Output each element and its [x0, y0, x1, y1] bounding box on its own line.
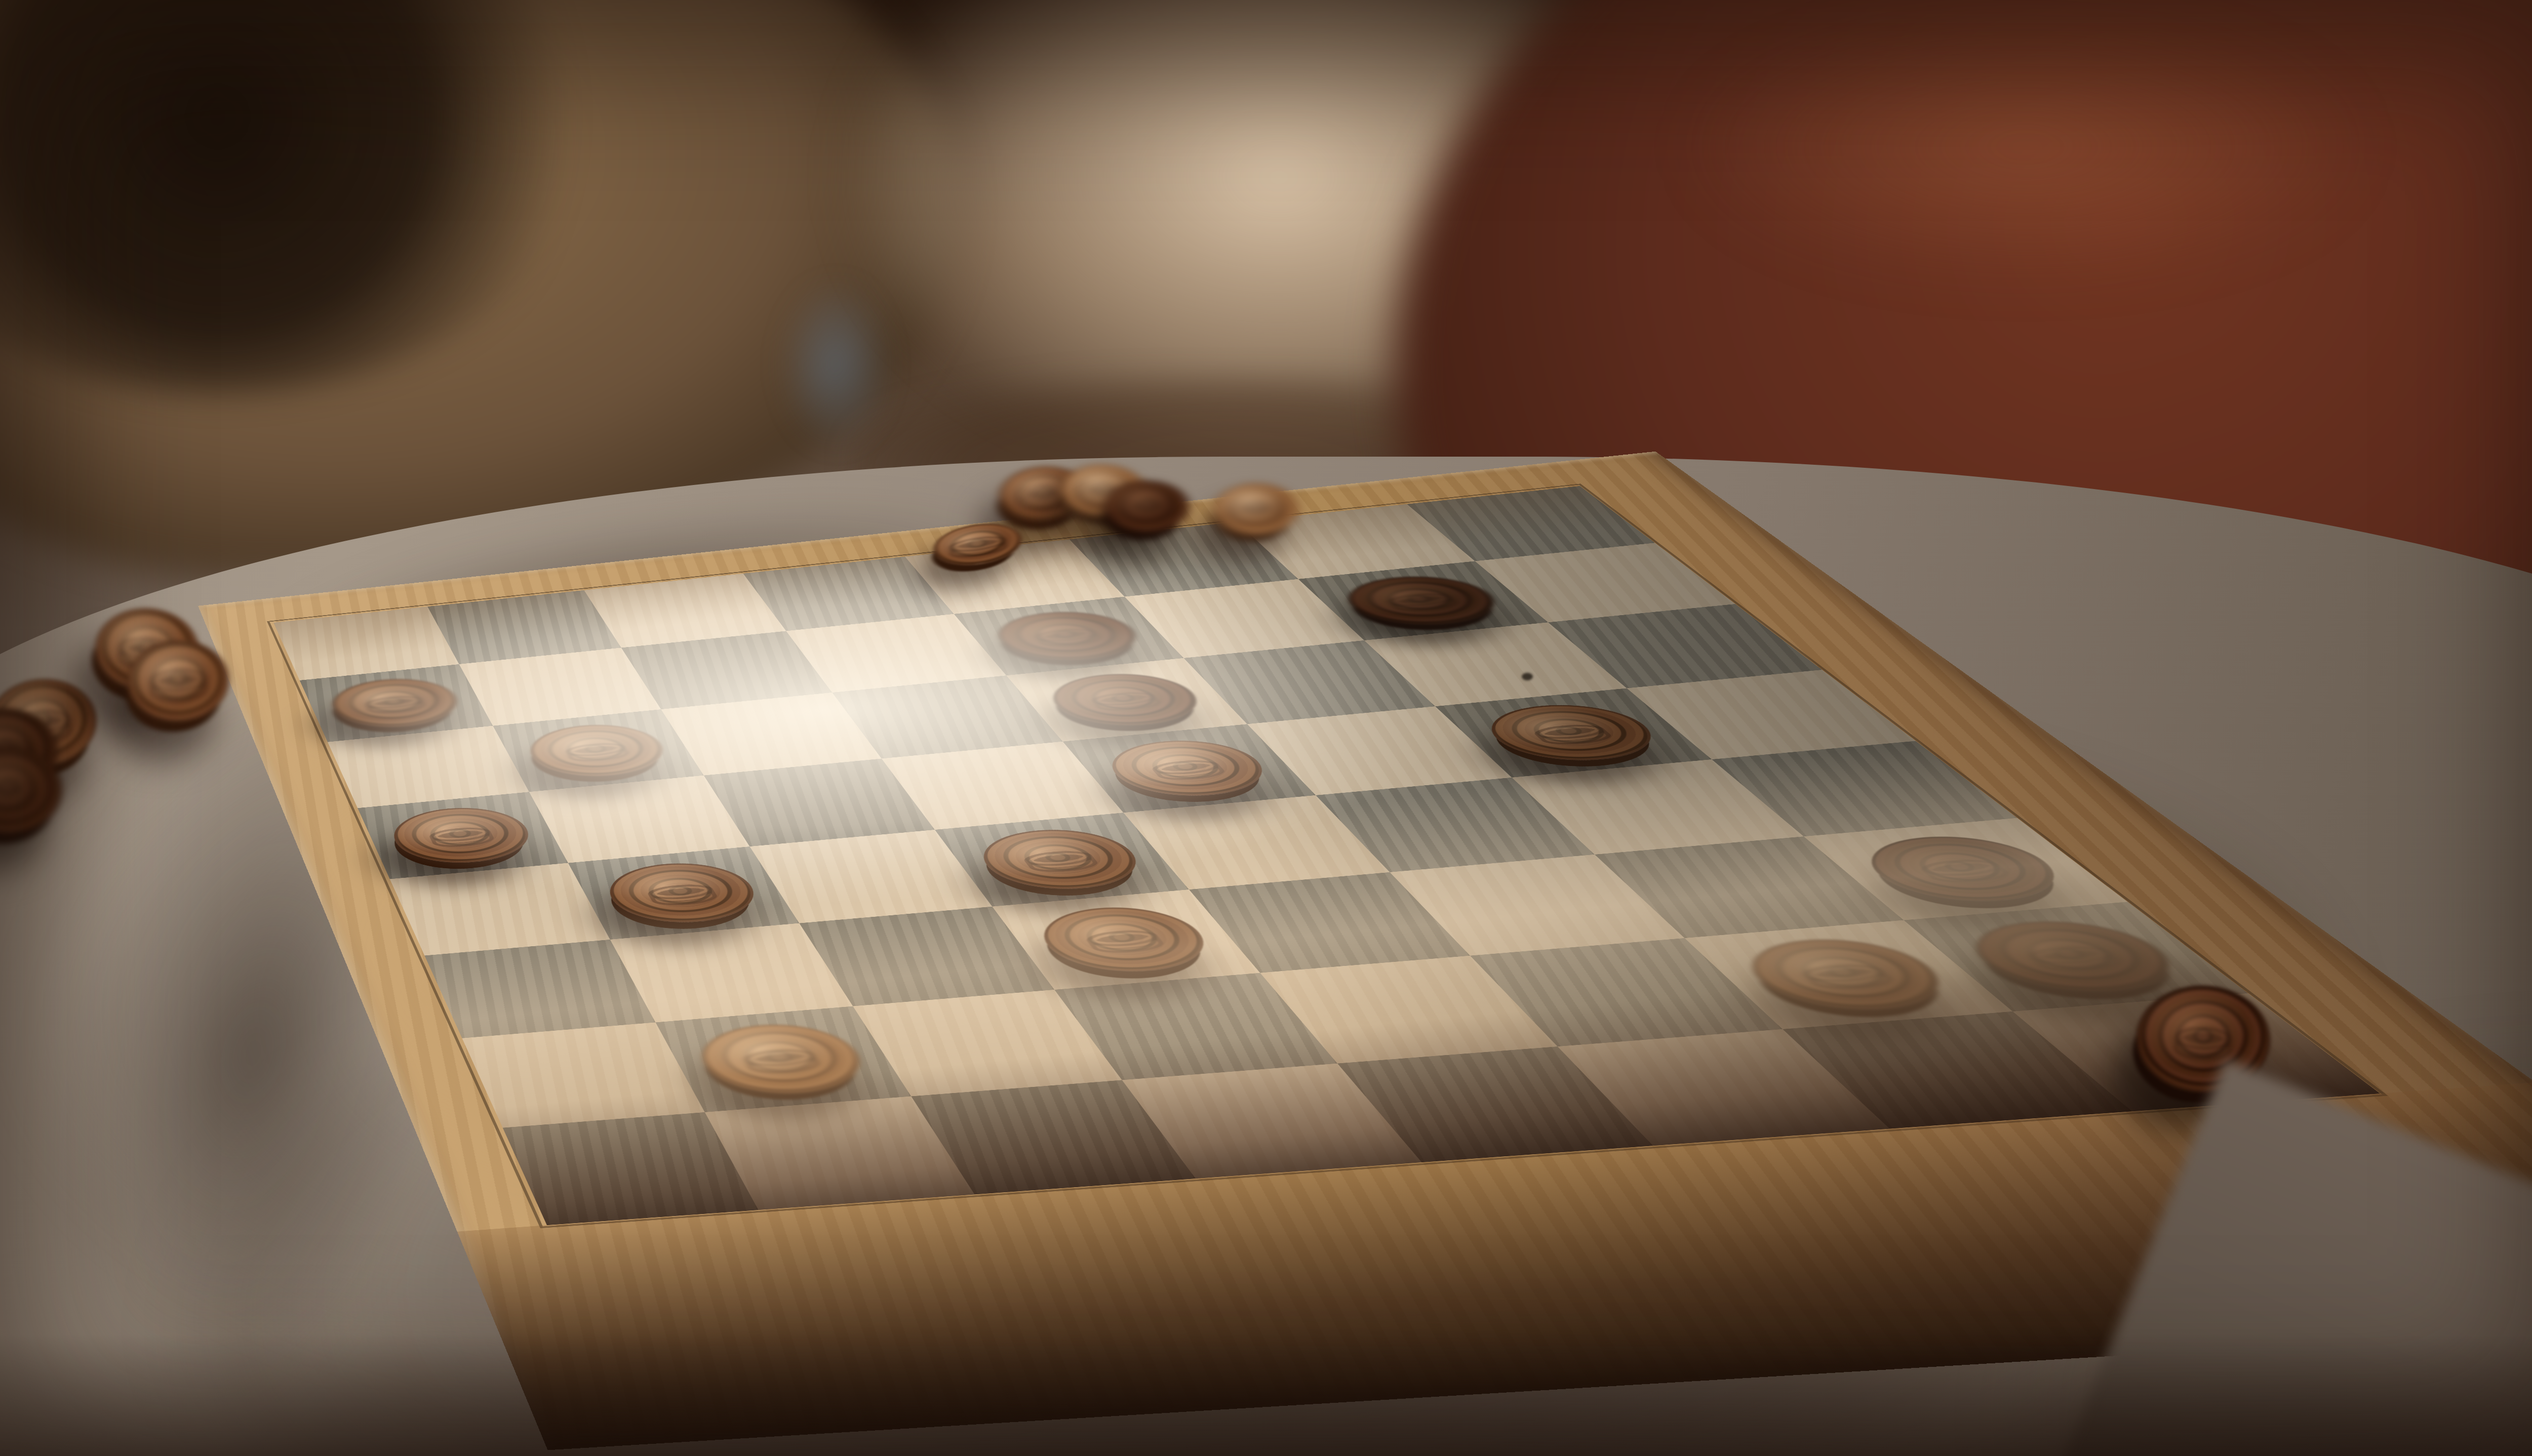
draughts-man-glyph: ⛂ — [2001, 932, 2143, 981]
draughts-man-glyph: ⛂ — [635, 872, 728, 913]
draughts-man-glyph: ⛂ — [0, 759, 39, 820]
checker-piece-g5[interactable]: ⛂ — [1468, 699, 1676, 766]
checker-piece-h3[interactable]: ⛂ — [1842, 830, 2085, 907]
dark-corner-top-left — [0, 0, 598, 395]
checker-piece-e7[interactable]: ⛂ — [981, 606, 1154, 666]
checker-piece-b6[interactable]: ⛂ — [518, 719, 677, 781]
window-light-haze — [861, 0, 1696, 456]
draughts-man-glyph: ⛂ — [145, 649, 212, 713]
draughts-man-glyph: ⛂ — [1008, 838, 1111, 880]
off-board-piece-far[interactable]: ⛂ — [1105, 480, 1189, 532]
board-speck — [1522, 673, 1533, 680]
checker-piece-e6[interactable]: ⛂ — [1035, 668, 1216, 731]
checker-piece-h2[interactable]: ⛂ — [1945, 915, 2203, 998]
draughts-man-glyph: ⛂ — [1777, 949, 1912, 998]
checker-piece-a5[interactable]: ⛂ — [383, 802, 541, 868]
draughts-man-glyph: ⛂ — [419, 816, 503, 855]
off-board-piece-far[interactable]: ⛂ — [1214, 483, 1298, 535]
checker-piece-g7[interactable]: ⛂ — [1328, 571, 1516, 630]
draughts-man-glyph: ⛂ — [1069, 916, 1177, 961]
draughts-man-glyph: ⛂ — [1895, 845, 2029, 891]
draughts-man-glyph: ⛂ — [943, 523, 1011, 565]
checker-piece-e5[interactable]: ⛂ — [1093, 735, 1283, 801]
sofa-highlight — [1696, 20, 2355, 273]
draughts-man-glyph: ⛂ — [1076, 681, 1173, 718]
blue-glass-hint — [782, 284, 889, 446]
checker-piece-b2[interactable]: ⛂ — [686, 1019, 878, 1099]
draughts-man-glyph: ⛂ — [1135, 748, 1238, 788]
draughts-man-glyph: ⛂ — [554, 732, 639, 769]
checker-piece-g2[interactable]: ⛂ — [1724, 934, 1970, 1016]
draughts-man-glyph: ⛂ — [356, 685, 433, 720]
checker-piece-b4[interactable]: ⛂ — [596, 858, 769, 927]
draughts-man-glyph: ⛂ — [1115, 483, 1179, 530]
photo-stage: ⛂⛂⛂⛂⛂⛂⛂⛂⛂⛂⛂⛂⛂⛂⛂ ⛂⛂⛂⛂⛂⛂⛂⛂⛂⛂⛂ — [0, 0, 2532, 1456]
draughts-man-glyph: ⛂ — [1370, 583, 1472, 618]
draughts-man-glyph: ⛂ — [1224, 486, 1288, 533]
draughts-man-glyph: ⛂ — [729, 1035, 832, 1082]
checker-piece-a7[interactable]: ⛂ — [323, 674, 467, 732]
checker-piece-d4[interactable]: ⛂ — [965, 824, 1156, 895]
checker-piece-d3[interactable]: ⛂ — [1024, 902, 1225, 977]
draughts-man-glyph: ⛂ — [1020, 618, 1114, 653]
draughts-man-glyph: ⛂ — [1514, 712, 1627, 752]
